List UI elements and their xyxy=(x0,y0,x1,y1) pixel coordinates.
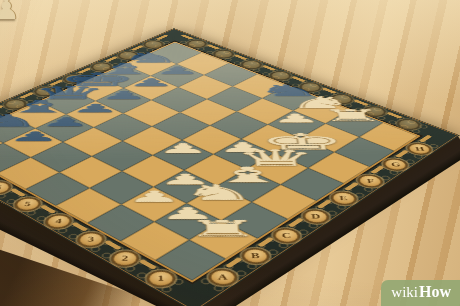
file-label-F: F xyxy=(353,172,387,190)
file-label-G: G xyxy=(378,156,412,173)
photo-scene: ♟ 87654321 HGFEDCBA ♞♟♝♟♚♞♟♛♞♟♝♜♟♟♞♟♜♚♟♟… xyxy=(0,0,460,306)
file-label-H: H xyxy=(403,141,436,157)
wikihow-wordmark-bold: How xyxy=(419,283,451,301)
wikihow-wordmark-light: wiki xyxy=(391,284,418,301)
wikihow-watermark: wiki How xyxy=(381,280,460,306)
off-board-white-pawn: ♟ xyxy=(0,0,20,26)
